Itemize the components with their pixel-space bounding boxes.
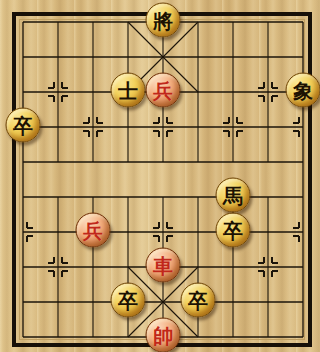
piece-black-elephant[interactable]: 象 <box>286 73 320 108</box>
piece-black-soldier-a[interactable]: 卒 <box>6 108 41 143</box>
piece-black-horse[interactable]: 馬 <box>216 178 251 213</box>
piece-black-soldier-d[interactable]: 卒 <box>111 283 146 318</box>
piece-red-soldier-advanced[interactable]: 兵 <box>146 73 181 108</box>
xiangqi-board: 將士兵象卒馬兵卒車卒卒帥 <box>0 0 320 352</box>
piece-black-general[interactable]: 將 <box>146 3 181 38</box>
piece-red-chariot[interactable]: 車 <box>146 248 181 283</box>
piece-black-soldier-f[interactable]: 卒 <box>181 283 216 318</box>
board-grid <box>0 0 320 352</box>
piece-red-general[interactable]: 帥 <box>146 318 181 352</box>
piece-red-soldier-c[interactable]: 兵 <box>76 213 111 248</box>
piece-black-soldier-g[interactable]: 卒 <box>216 213 251 248</box>
piece-black-advisor[interactable]: 士 <box>111 73 146 108</box>
